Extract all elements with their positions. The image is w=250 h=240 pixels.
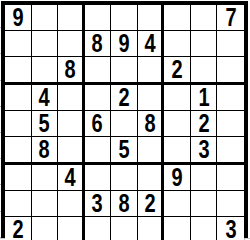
given-digit: 1 (198, 85, 209, 110)
cell-r3c2[interactable] (32, 57, 59, 85)
cell-r6c2[interactable]: 8 (32, 137, 59, 165)
cell-r4c1[interactable] (5, 85, 32, 111)
cell-r7c4[interactable] (85, 165, 112, 191)
cell-r7c1[interactable] (5, 165, 32, 191)
cell-r2c6[interactable]: 4 (138, 31, 165, 57)
cell-r9c3[interactable] (58, 217, 85, 240)
cell-r5c1[interactable] (5, 111, 32, 137)
given-digit: 2 (12, 217, 23, 240)
cell-r3c7[interactable]: 2 (164, 57, 191, 85)
cell-r6c5[interactable]: 5 (111, 137, 138, 165)
given-digit: 4 (39, 85, 50, 110)
cell-r4c5[interactable]: 2 (111, 85, 138, 111)
cell-r5c4[interactable]: 6 (85, 111, 112, 137)
cell-r9c8[interactable] (191, 217, 218, 240)
cell-r7c9[interactable] (217, 165, 244, 191)
cell-r1c1[interactable]: 9 (5, 5, 32, 31)
cell-r9c1[interactable]: 2 (5, 217, 32, 240)
cell-r5c3[interactable] (58, 111, 85, 137)
given-digit: 5 (118, 137, 129, 162)
cell-r2c1[interactable] (5, 31, 32, 57)
given-digit: 8 (39, 137, 50, 162)
cell-r9c7[interactable] (164, 217, 191, 240)
given-digit: 8 (118, 191, 129, 216)
cell-r1c3[interactable] (58, 5, 85, 31)
cell-r7c5[interactable] (111, 165, 138, 191)
cell-r4c9[interactable] (217, 85, 244, 111)
cell-r1c4[interactable] (85, 5, 112, 31)
given-digit: 8 (144, 111, 155, 136)
cell-r9c9[interactable]: 3 (217, 217, 244, 240)
given-digit: 7 (225, 5, 236, 30)
given-digit: 8 (92, 31, 103, 56)
sudoku-page: 978948242156828534938223 (0, 0, 250, 240)
cell-r7c3[interactable]: 4 (58, 165, 85, 191)
given-digit: 9 (172, 165, 183, 190)
cell-r6c1[interactable] (5, 137, 32, 165)
cell-r7c6[interactable] (138, 165, 165, 191)
cell-r8c5[interactable]: 8 (111, 191, 138, 217)
given-digit: 8 (64, 57, 75, 82)
given-digit: 2 (144, 191, 155, 216)
given-digit: 4 (64, 165, 75, 190)
given-digit: 9 (118, 31, 129, 56)
given-digit: 4 (144, 31, 155, 56)
cell-r3c8[interactable] (191, 57, 218, 85)
cell-r3c1[interactable] (5, 57, 32, 85)
cell-r2c7[interactable] (164, 31, 191, 57)
given-digit: 5 (39, 111, 50, 136)
cell-r8c4[interactable]: 3 (85, 191, 112, 217)
cell-r5c6[interactable]: 8 (138, 111, 165, 137)
given-digit: 3 (198, 137, 209, 162)
cell-r3c3[interactable]: 8 (58, 57, 85, 85)
cell-r5c5[interactable] (111, 111, 138, 137)
cell-r3c9[interactable] (217, 57, 244, 85)
cell-r4c6[interactable] (138, 85, 165, 111)
cell-r1c6[interactable] (138, 5, 165, 31)
cell-r9c4[interactable] (85, 217, 112, 240)
cell-r1c8[interactable] (191, 5, 218, 31)
cell-r6c3[interactable] (58, 137, 85, 165)
given-digit: 9 (12, 5, 23, 30)
cell-r1c7[interactable] (164, 5, 191, 31)
cell-r6c4[interactable] (85, 137, 112, 165)
given-digit: 2 (198, 111, 209, 136)
cell-r2c4[interactable]: 8 (85, 31, 112, 57)
cell-r7c7[interactable]: 9 (164, 165, 191, 191)
cell-r8c8[interactable] (191, 191, 218, 217)
given-digit: 2 (172, 57, 183, 82)
given-digit: 2 (118, 85, 129, 110)
cell-r2c9[interactable] (217, 31, 244, 57)
cell-r4c7[interactable] (164, 85, 191, 111)
cell-r8c1[interactable] (5, 191, 32, 217)
cell-r5c9[interactable] (217, 111, 244, 137)
cell-r5c8[interactable]: 2 (191, 111, 218, 137)
cell-r8c7[interactable] (164, 191, 191, 217)
cell-r9c5[interactable] (111, 217, 138, 240)
cell-r3c6[interactable] (138, 57, 165, 85)
cell-r2c5[interactable]: 9 (111, 31, 138, 57)
cell-r1c2[interactable] (32, 5, 59, 31)
cell-r2c8[interactable] (191, 31, 218, 57)
cell-r3c4[interactable] (85, 57, 112, 85)
cell-r5c2[interactable]: 5 (32, 111, 59, 137)
cell-r8c3[interactable] (58, 191, 85, 217)
cell-r1c9[interactable]: 7 (217, 5, 244, 31)
cell-r1c5[interactable] (111, 5, 138, 31)
cell-r8c9[interactable] (217, 191, 244, 217)
given-digit: 3 (225, 217, 236, 240)
cell-r4c4[interactable] (85, 85, 112, 111)
given-digit: 3 (92, 191, 103, 216)
cell-r6c7[interactable] (164, 137, 191, 165)
given-digit: 6 (92, 111, 103, 136)
cell-r2c3[interactable] (58, 31, 85, 57)
cell-r2c2[interactable] (32, 31, 59, 57)
cell-r3c5[interactable] (111, 57, 138, 85)
cell-r8c6[interactable]: 2 (138, 191, 165, 217)
cell-r8c2[interactable] (32, 191, 59, 217)
cell-r6c6[interactable] (138, 137, 165, 165)
cell-r4c2[interactable]: 4 (32, 85, 59, 111)
cell-r5c7[interactable] (164, 111, 191, 137)
cell-r6c8[interactable]: 3 (191, 137, 218, 165)
cell-r6c9[interactable] (217, 137, 244, 165)
cell-r9c2[interactable] (32, 217, 59, 240)
cell-r7c8[interactable] (191, 165, 218, 191)
cell-r9c6[interactable] (138, 217, 165, 240)
sudoku-board: 978948242156828534938223 (1, 1, 248, 238)
cell-r4c8[interactable]: 1 (191, 85, 218, 111)
cell-r7c2[interactable] (32, 165, 59, 191)
cell-r4c3[interactable] (58, 85, 85, 111)
